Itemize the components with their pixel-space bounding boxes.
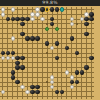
star-point	[76, 23, 78, 25]
star-point	[46, 52, 48, 54]
star-point	[46, 81, 48, 83]
star-point	[17, 23, 19, 25]
star-point	[46, 23, 48, 25]
board-grid	[0, 7, 94, 99]
go-board	[0, 6, 100, 100]
star-point	[17, 52, 19, 54]
board-cell[interactable]	[89, 94, 94, 99]
